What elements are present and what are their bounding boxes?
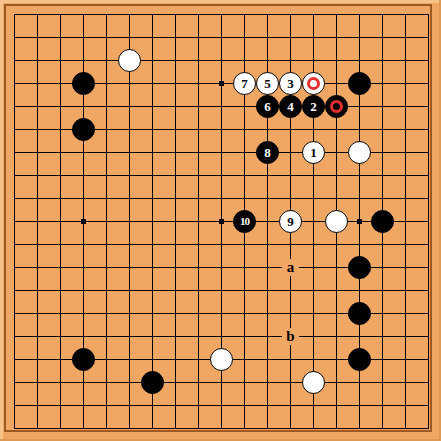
stone-black-D4 [72, 348, 95, 371]
grid-line-horizontal [14, 244, 429, 245]
star-point [81, 219, 86, 224]
board-edge-highlight-left [0, 0, 3, 441]
point-label-b: b [282, 328, 299, 345]
stone-white-O3 [302, 371, 325, 394]
stone-black-Q6 [348, 302, 371, 325]
point-label-a: a [282, 259, 299, 276]
grid-line-horizontal [14, 290, 429, 291]
grid-line-horizontal [14, 405, 429, 406]
stone-black-M13: 8 [256, 141, 279, 164]
stone-black-Q16 [348, 72, 371, 95]
stone-move-number: 7 [241, 77, 248, 90]
grid-line-horizontal [14, 428, 429, 429]
stone-white-P10 [325, 210, 348, 233]
go-board: ab75364281109 [0, 0, 441, 441]
stone-white-F17 [118, 49, 141, 72]
board-edge-highlight-top [0, 0, 441, 3]
stone-white-M16: 5 [256, 72, 279, 95]
circle-mark-icon [330, 100, 343, 113]
grid-line-horizontal [14, 336, 429, 337]
stone-white-N10: 9 [279, 210, 302, 233]
stone-move-number: 9 [287, 215, 294, 228]
stone-white-K4 [210, 348, 233, 371]
stone-move-number: 1 [310, 146, 317, 159]
star-point [219, 219, 224, 224]
grid-line-horizontal [14, 382, 429, 383]
stone-white-Q13 [348, 141, 371, 164]
grid-line-vertical [428, 14, 429, 429]
stone-move-number: 2 [310, 100, 317, 113]
stone-move-number: 5 [264, 77, 271, 90]
stone-black-R10 [371, 210, 394, 233]
stone-black-D16 [72, 72, 95, 95]
stone-move-number: 6 [264, 100, 271, 113]
stone-move-number: 10 [240, 216, 249, 227]
stone-black-Q4 [348, 348, 371, 371]
star-point [219, 81, 224, 86]
stone-move-number: 4 [287, 100, 294, 113]
stone-black-M15: 6 [256, 95, 279, 118]
stone-black-P15 [325, 95, 348, 118]
go-diagram: ab75364281109 [0, 0, 441, 441]
stone-white-O16 [302, 72, 325, 95]
stone-white-O13: 1 [302, 141, 325, 164]
stone-black-N15: 4 [279, 95, 302, 118]
stone-black-G3 [141, 371, 164, 394]
stone-black-L10: 10 [233, 210, 256, 233]
stone-move-number: 3 [287, 77, 294, 90]
stone-black-D14 [72, 118, 95, 141]
stone-black-Q8 [348, 256, 371, 279]
circle-mark-icon [307, 77, 320, 90]
stone-white-L16: 7 [233, 72, 256, 95]
stone-black-O15: 2 [302, 95, 325, 118]
stone-move-number: 8 [264, 146, 271, 159]
stone-white-N16: 3 [279, 72, 302, 95]
grid-line-vertical [405, 14, 406, 429]
star-point [357, 219, 362, 224]
